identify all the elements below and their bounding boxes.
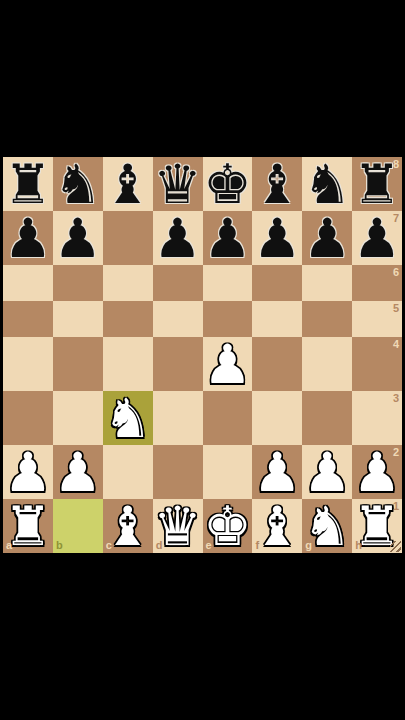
square-d4[interactable] [153,337,203,391]
black-knight[interactable]: ♞ [303,158,351,212]
square-f8[interactable]: ♝ [252,157,302,211]
black-queen[interactable]: ♛ [153,158,201,212]
square-c4[interactable] [103,337,153,391]
rank-label-1: 1 [393,501,399,512]
rank-label-8: 8 [393,159,399,170]
white-knight[interactable]: ♞ [103,392,151,446]
square-h3[interactable]: 3 [352,391,402,445]
square-g5[interactable] [302,301,352,337]
black-bishop[interactable]: ♝ [103,158,151,212]
black-pawn[interactable]: ♟ [203,212,251,266]
file-label-e: e [206,540,212,551]
square-c7[interactable] [103,211,153,265]
white-pawn[interactable]: ♟ [54,446,102,500]
square-g2[interactable]: ♟ [302,445,352,499]
square-b8[interactable]: ♞ [53,157,103,211]
black-pawn[interactable]: ♟ [54,212,102,266]
square-f3[interactable] [252,391,302,445]
square-e7[interactable]: ♟ [203,211,253,265]
black-pawn[interactable]: ♟ [4,212,52,266]
black-knight[interactable]: ♞ [54,158,102,212]
file-label-a: a [6,540,12,551]
square-b7[interactable]: ♟ [53,211,103,265]
black-rook[interactable]: ♜ [4,158,52,212]
square-h7[interactable]: ♟7 [352,211,402,265]
square-c8[interactable]: ♝ [103,157,153,211]
square-d1[interactable]: ♛d [153,499,203,553]
square-d3[interactable] [153,391,203,445]
square-f5[interactable] [252,301,302,337]
file-label-c: c [106,540,112,551]
file-label-f: f [255,540,259,551]
white-pawn[interactable]: ♟ [253,446,301,500]
square-d8[interactable]: ♛ [153,157,203,211]
square-b6[interactable] [53,265,103,301]
square-a2[interactable]: ♟ [3,445,53,499]
square-h1[interactable]: ♜1h [352,499,402,553]
square-b3[interactable] [53,391,103,445]
square-c2[interactable] [103,445,153,499]
square-d5[interactable] [153,301,203,337]
square-g7[interactable]: ♟ [302,211,352,265]
square-h8[interactable]: ♜8 [352,157,402,211]
square-e5[interactable] [203,301,253,337]
file-label-d: d [156,540,163,551]
white-pawn[interactable]: ♟ [303,446,351,500]
black-pawn[interactable]: ♟ [153,212,201,266]
square-f6[interactable] [252,265,302,301]
square-h4[interactable]: 4 [352,337,402,391]
square-e1[interactable]: ♚e [203,499,253,553]
square-d2[interactable] [153,445,203,499]
square-d6[interactable] [153,265,203,301]
square-a7[interactable]: ♟ [3,211,53,265]
square-a6[interactable] [3,265,53,301]
bottom-letterbox [0,553,405,720]
square-g6[interactable] [302,265,352,301]
white-bishop[interactable]: ♝ [253,500,301,554]
black-king[interactable]: ♚ [203,158,251,212]
square-f2[interactable]: ♟ [252,445,302,499]
rank-label-7: 7 [393,213,399,224]
square-b5[interactable] [53,301,103,337]
square-c1[interactable]: ♝c [103,499,153,553]
square-g3[interactable] [302,391,352,445]
file-label-g: g [305,540,312,551]
square-h5[interactable]: 5 [352,301,402,337]
square-b2[interactable]: ♟ [53,445,103,499]
rank-label-2: 2 [393,447,399,458]
square-b4[interactable] [53,337,103,391]
square-e6[interactable] [203,265,253,301]
square-c6[interactable] [103,265,153,301]
square-e8[interactable]: ♚ [203,157,253,211]
white-pawn[interactable]: ♟ [4,446,52,500]
square-a5[interactable] [3,301,53,337]
chess-board: ♜♞♝♛♚♝♞♜8♟♟♟♟♟♟♟765♟4♞3♟♟♟♟♟2♜ab♝c♛d♚e♝f… [3,157,402,553]
file-label-b: b [56,540,63,551]
square-a4[interactable] [3,337,53,391]
square-f7[interactable]: ♟ [252,211,302,265]
square-a8[interactable]: ♜ [3,157,53,211]
top-letterbox [0,0,405,157]
board-resize-handle-icon[interactable] [390,541,401,552]
square-g4[interactable] [302,337,352,391]
square-g1[interactable]: ♞g [302,499,352,553]
rank-label-3: 3 [393,393,399,404]
square-b1[interactable]: b [53,499,103,553]
square-h2[interactable]: ♟2 [352,445,402,499]
square-c3[interactable]: ♞ [103,391,153,445]
square-h6[interactable]: 6 [352,265,402,301]
square-g8[interactable]: ♞ [302,157,352,211]
square-e2[interactable] [203,445,253,499]
black-bishop[interactable]: ♝ [253,158,301,212]
square-a3[interactable] [3,391,53,445]
square-e4[interactable]: ♟ [203,337,253,391]
square-e3[interactable] [203,391,253,445]
square-f1[interactable]: ♝f [252,499,302,553]
square-d7[interactable]: ♟ [153,211,203,265]
black-pawn[interactable]: ♟ [253,212,301,266]
video-frame: ♜♞♝♛♚♝♞♜8♟♟♟♟♟♟♟765♟4♞3♟♟♟♟♟2♜ab♝c♛d♚e♝f… [0,0,405,720]
black-pawn[interactable]: ♟ [303,212,351,266]
square-a1[interactable]: ♜a [3,499,53,553]
file-label-h: h [355,540,362,551]
white-pawn[interactable]: ♟ [203,338,251,392]
square-c5[interactable] [103,301,153,337]
rank-label-5: 5 [393,303,399,314]
square-f4[interactable] [252,337,302,391]
rank-label-6: 6 [393,267,399,278]
rank-label-4: 4 [393,339,399,350]
